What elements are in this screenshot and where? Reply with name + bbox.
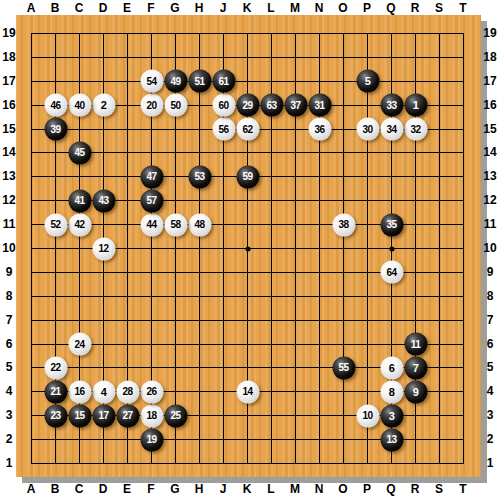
row-label-left-7: 7 bbox=[6, 314, 13, 326]
stone-white-24[interactable]: 24 bbox=[68, 333, 91, 356]
stone-black-61[interactable]: 61 bbox=[212, 70, 235, 93]
stone-move-number: 50 bbox=[170, 100, 180, 110]
stone-move-number: 29 bbox=[242, 100, 252, 110]
stone-white-28[interactable]: 28 bbox=[116, 380, 139, 403]
stone-move-number: 40 bbox=[74, 100, 84, 110]
stone-black-45[interactable]: 45 bbox=[68, 141, 91, 164]
col-label-bottom-S: S bbox=[435, 483, 443, 495]
col-label-top-P: P bbox=[363, 2, 371, 14]
stone-move-number: 15 bbox=[74, 411, 84, 421]
grid-line-vertical bbox=[343, 33, 344, 464]
col-label-top-M: M bbox=[290, 2, 300, 14]
stone-white-62[interactable]: 62 bbox=[236, 118, 259, 141]
stone-move-number: 22 bbox=[50, 363, 60, 373]
stone-black-7[interactable]: 7 bbox=[404, 356, 427, 379]
row-label-right-12: 12 bbox=[483, 194, 496, 206]
stone-move-number: 35 bbox=[386, 220, 396, 230]
stone-black-21[interactable]: 21 bbox=[44, 380, 67, 403]
row-label-right-10: 10 bbox=[483, 242, 496, 254]
col-label-bottom-R: R bbox=[411, 483, 420, 495]
row-label-right-5: 5 bbox=[487, 361, 494, 373]
stone-black-51[interactable]: 51 bbox=[188, 70, 211, 93]
stone-black-13[interactable]: 13 bbox=[380, 428, 403, 451]
col-label-bottom-J: J bbox=[220, 483, 227, 495]
stone-white-14[interactable]: 14 bbox=[236, 380, 259, 403]
col-label-bottom-C: C bbox=[75, 483, 84, 495]
row-label-right-11: 11 bbox=[484, 218, 497, 230]
col-label-top-B: B bbox=[51, 2, 60, 14]
stone-white-48[interactable]: 48 bbox=[188, 213, 211, 236]
stone-move-number: 59 bbox=[242, 172, 252, 182]
stone-move-number: 49 bbox=[170, 76, 180, 86]
stone-black-19[interactable]: 19 bbox=[140, 428, 163, 451]
stone-move-number: 16 bbox=[74, 387, 84, 397]
stone-move-number: 32 bbox=[410, 124, 420, 134]
stone-move-number: 4 bbox=[101, 386, 107, 397]
col-label-bottom-F: F bbox=[147, 483, 154, 495]
col-label-bottom-P: P bbox=[363, 483, 371, 495]
row-label-left-1: 1 bbox=[6, 457, 13, 469]
stone-white-12[interactable]: 12 bbox=[92, 237, 115, 260]
col-label-top-L: L bbox=[267, 2, 274, 14]
col-label-bottom-Q: Q bbox=[386, 483, 395, 495]
stone-black-55[interactable]: 55 bbox=[332, 356, 355, 379]
row-label-right-4: 4 bbox=[487, 385, 494, 397]
stone-move-number: 19 bbox=[146, 435, 156, 445]
stone-black-27[interactable]: 27 bbox=[116, 404, 139, 427]
stone-move-number: 12 bbox=[98, 244, 108, 254]
row-label-left-6: 6 bbox=[6, 338, 13, 350]
stone-move-number: 18 bbox=[146, 411, 156, 421]
stone-move-number: 26 bbox=[146, 387, 156, 397]
stone-black-39[interactable]: 39 bbox=[44, 118, 67, 141]
row-label-left-13: 13 bbox=[2, 170, 15, 182]
stone-move-number: 3 bbox=[389, 410, 395, 421]
stone-white-4[interactable]: 4 bbox=[92, 380, 115, 403]
col-label-bottom-L: L bbox=[267, 483, 274, 495]
stone-black-25[interactable]: 25 bbox=[164, 404, 187, 427]
grid-line-horizontal bbox=[31, 296, 464, 297]
row-label-right-19: 19 bbox=[483, 27, 496, 39]
row-label-left-2: 2 bbox=[6, 433, 13, 445]
stone-black-9[interactable]: 9 bbox=[404, 380, 427, 403]
col-label-bottom-K: K bbox=[243, 483, 252, 495]
stone-black-1[interactable]: 1 bbox=[404, 94, 427, 117]
stone-move-number: 52 bbox=[50, 220, 60, 230]
col-label-top-N: N bbox=[315, 2, 324, 14]
row-label-right-15: 15 bbox=[483, 123, 496, 135]
col-label-bottom-D: D bbox=[99, 483, 108, 495]
row-label-left-19: 19 bbox=[2, 27, 15, 39]
stone-white-40[interactable]: 40 bbox=[68, 94, 91, 117]
go-diagram: 1234567891011121314151617181920212223242… bbox=[0, 0, 500, 500]
col-label-bottom-T: T bbox=[459, 483, 466, 495]
stone-white-16[interactable]: 16 bbox=[68, 380, 91, 403]
stone-black-47[interactable]: 47 bbox=[140, 165, 163, 188]
stone-move-number: 45 bbox=[74, 148, 84, 158]
grid-line-horizontal bbox=[31, 463, 464, 464]
hoshi-point-K10 bbox=[245, 246, 250, 251]
col-label-bottom-O: O bbox=[338, 483, 347, 495]
stone-white-6[interactable]: 6 bbox=[380, 356, 403, 379]
col-label-top-F: F bbox=[147, 2, 154, 14]
col-label-top-C: C bbox=[75, 2, 84, 14]
stone-black-59[interactable]: 59 bbox=[236, 165, 259, 188]
stone-white-56[interactable]: 56 bbox=[212, 118, 235, 141]
stone-move-number: 60 bbox=[218, 100, 228, 110]
stone-move-number: 42 bbox=[74, 220, 84, 230]
col-label-top-R: R bbox=[411, 2, 420, 14]
col-label-bottom-A: A bbox=[27, 483, 36, 495]
stone-move-number: 33 bbox=[386, 100, 396, 110]
stone-move-number: 62 bbox=[242, 124, 252, 134]
row-label-right-16: 16 bbox=[483, 99, 496, 111]
row-label-right-3: 3 bbox=[487, 409, 494, 421]
stone-move-number: 25 bbox=[170, 411, 180, 421]
col-label-top-H: H bbox=[195, 2, 204, 14]
stone-white-58[interactable]: 58 bbox=[164, 213, 187, 236]
row-label-right-17: 17 bbox=[483, 75, 496, 87]
row-label-left-17: 17 bbox=[2, 75, 15, 87]
stone-move-number: 5 bbox=[365, 76, 371, 87]
stone-move-number: 39 bbox=[50, 124, 60, 134]
stone-white-30[interactable]: 30 bbox=[356, 118, 379, 141]
stone-white-20[interactable]: 20 bbox=[140, 94, 163, 117]
grid-line-vertical bbox=[367, 33, 368, 464]
stone-move-number: 27 bbox=[122, 411, 132, 421]
stone-white-38[interactable]: 38 bbox=[332, 213, 355, 236]
grid-line-horizontal bbox=[31, 320, 464, 321]
stone-move-number: 61 bbox=[218, 76, 228, 86]
row-label-left-16: 16 bbox=[2, 99, 15, 111]
col-label-top-E: E bbox=[123, 2, 131, 14]
stone-black-29[interactable]: 29 bbox=[236, 94, 259, 117]
stone-move-number: 37 bbox=[290, 100, 300, 110]
grid-line-horizontal bbox=[31, 344, 464, 345]
stone-white-34[interactable]: 34 bbox=[380, 118, 403, 141]
grid-line-vertical bbox=[439, 33, 440, 464]
stone-move-number: 7 bbox=[413, 362, 419, 373]
stone-black-63[interactable]: 63 bbox=[260, 94, 283, 117]
stone-move-number: 46 bbox=[50, 100, 60, 110]
stone-black-11[interactable]: 11 bbox=[404, 333, 427, 356]
stone-white-50[interactable]: 50 bbox=[164, 94, 187, 117]
row-label-right-13: 13 bbox=[483, 170, 496, 182]
col-label-top-J: J bbox=[220, 2, 227, 14]
stone-black-31[interactable]: 31 bbox=[308, 94, 331, 117]
row-label-right-7: 7 bbox=[487, 314, 494, 326]
stone-white-54[interactable]: 54 bbox=[140, 70, 163, 93]
stone-move-number: 10 bbox=[362, 411, 372, 421]
stone-black-53[interactable]: 53 bbox=[188, 165, 211, 188]
col-label-bottom-M: M bbox=[290, 483, 300, 495]
stone-move-number: 54 bbox=[146, 76, 156, 86]
stone-black-35[interactable]: 35 bbox=[380, 213, 403, 236]
stone-move-number: 56 bbox=[218, 124, 228, 134]
stone-black-43[interactable]: 43 bbox=[92, 189, 115, 212]
row-label-left-4: 4 bbox=[6, 385, 13, 397]
col-label-top-S: S bbox=[435, 2, 443, 14]
stone-move-number: 51 bbox=[194, 76, 204, 86]
stone-white-22[interactable]: 22 bbox=[44, 356, 67, 379]
hoshi-point-Q10 bbox=[389, 246, 394, 251]
stone-white-60[interactable]: 60 bbox=[212, 94, 235, 117]
stone-move-number: 63 bbox=[266, 100, 276, 110]
col-label-top-D: D bbox=[99, 2, 108, 14]
row-label-right-6: 6 bbox=[487, 338, 494, 350]
row-label-left-12: 12 bbox=[2, 194, 15, 206]
stone-black-17[interactable]: 17 bbox=[92, 404, 115, 427]
stone-move-number: 30 bbox=[362, 124, 372, 134]
stone-move-number: 1 bbox=[413, 100, 419, 111]
stone-white-64[interactable]: 64 bbox=[380, 261, 403, 284]
stone-move-number: 58 bbox=[170, 220, 180, 230]
stone-move-number: 24 bbox=[74, 339, 84, 349]
stone-black-5[interactable]: 5 bbox=[356, 70, 379, 93]
stone-move-number: 53 bbox=[194, 172, 204, 182]
row-label-left-11: 11 bbox=[3, 218, 16, 230]
col-label-top-O: O bbox=[338, 2, 347, 14]
stone-white-52[interactable]: 52 bbox=[44, 213, 67, 236]
row-label-left-14: 14 bbox=[2, 146, 15, 158]
row-label-right-2: 2 bbox=[487, 433, 494, 445]
stone-move-number: 44 bbox=[146, 220, 156, 230]
row-label-right-18: 18 bbox=[483, 51, 496, 63]
row-label-left-9: 9 bbox=[6, 266, 13, 278]
stone-white-42[interactable]: 42 bbox=[68, 213, 91, 236]
stone-black-57[interactable]: 57 bbox=[140, 189, 163, 212]
stone-move-number: 57 bbox=[146, 196, 156, 206]
stone-move-number: 8 bbox=[389, 386, 395, 397]
stone-move-number: 11 bbox=[411, 339, 421, 349]
col-label-top-Q: Q bbox=[386, 2, 395, 14]
col-label-bottom-N: N bbox=[315, 483, 324, 495]
stone-black-37[interactable]: 37 bbox=[284, 94, 307, 117]
stone-move-number: 64 bbox=[386, 267, 396, 277]
stone-move-number: 6 bbox=[389, 362, 395, 373]
stone-move-number: 36 bbox=[314, 124, 324, 134]
stone-move-number: 23 bbox=[50, 411, 60, 421]
row-label-right-8: 8 bbox=[487, 290, 494, 302]
row-label-left-18: 18 bbox=[2, 51, 15, 63]
stone-black-3[interactable]: 3 bbox=[380, 404, 403, 427]
col-label-bottom-H: H bbox=[195, 483, 204, 495]
stone-white-2[interactable]: 2 bbox=[92, 94, 115, 117]
stone-move-number: 41 bbox=[74, 196, 84, 206]
stone-move-number: 48 bbox=[194, 220, 204, 230]
stone-move-number: 34 bbox=[386, 124, 396, 134]
stone-black-15[interactable]: 15 bbox=[68, 404, 91, 427]
stone-black-23[interactable]: 23 bbox=[44, 404, 67, 427]
row-label-left-5: 5 bbox=[6, 361, 13, 373]
col-label-bottom-E: E bbox=[123, 483, 131, 495]
stone-white-10[interactable]: 10 bbox=[356, 404, 379, 427]
go-board[interactable]: 1234567891011121314151617181920212223242… bbox=[16, 15, 481, 477]
stone-black-41[interactable]: 41 bbox=[68, 189, 91, 212]
row-label-left-15: 15 bbox=[2, 123, 15, 135]
stone-white-32[interactable]: 32 bbox=[404, 118, 427, 141]
stone-white-26[interactable]: 26 bbox=[140, 380, 163, 403]
stone-move-number: 47 bbox=[146, 172, 156, 182]
stone-black-49[interactable]: 49 bbox=[164, 70, 187, 93]
stone-move-number: 13 bbox=[386, 435, 396, 445]
stone-move-number: 20 bbox=[146, 100, 156, 110]
row-label-left-8: 8 bbox=[6, 290, 13, 302]
col-label-top-G: G bbox=[170, 2, 179, 14]
row-label-left-3: 3 bbox=[6, 409, 13, 421]
stone-white-44[interactable]: 44 bbox=[140, 213, 163, 236]
col-label-top-K: K bbox=[243, 2, 252, 14]
col-label-bottom-B: B bbox=[51, 483, 60, 495]
stone-move-number: 2 bbox=[101, 100, 107, 111]
stone-move-number: 55 bbox=[338, 363, 348, 373]
col-label-bottom-G: G bbox=[170, 483, 179, 495]
stone-move-number: 43 bbox=[98, 196, 108, 206]
row-label-left-10: 10 bbox=[2, 242, 15, 254]
stone-white-8[interactable]: 8 bbox=[380, 380, 403, 403]
col-label-top-A: A bbox=[27, 2, 36, 14]
row-label-right-14: 14 bbox=[483, 146, 496, 158]
stone-white-18[interactable]: 18 bbox=[140, 404, 163, 427]
stone-move-number: 21 bbox=[50, 387, 60, 397]
stone-move-number: 9 bbox=[413, 386, 419, 397]
stone-move-number: 17 bbox=[98, 411, 108, 421]
stone-white-36[interactable]: 36 bbox=[308, 118, 331, 141]
stone-white-46[interactable]: 46 bbox=[44, 94, 67, 117]
row-label-right-9: 9 bbox=[487, 266, 494, 278]
stone-move-number: 38 bbox=[338, 220, 348, 230]
grid-line-vertical bbox=[463, 33, 464, 464]
stone-move-number: 14 bbox=[242, 387, 252, 397]
row-label-right-1: 1 bbox=[487, 457, 494, 469]
stone-move-number: 28 bbox=[122, 387, 132, 397]
col-label-top-T: T bbox=[459, 2, 466, 14]
stone-black-33[interactable]: 33 bbox=[380, 94, 403, 117]
stone-move-number: 31 bbox=[314, 100, 324, 110]
